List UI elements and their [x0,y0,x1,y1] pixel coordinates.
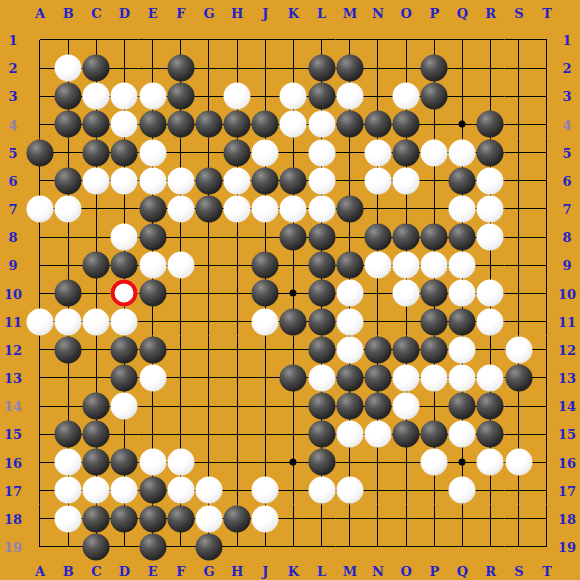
intersection-M6[interactable] [336,167,364,195]
intersection-L14[interactable] [307,392,335,420]
intersection-R19[interactable] [476,533,504,561]
intersection-K10[interactable] [279,279,307,307]
intersection-G15[interactable] [195,420,223,448]
intersection-G3[interactable] [195,82,223,110]
intersection-E16[interactable] [139,448,167,476]
intersection-S5[interactable] [505,139,533,167]
intersection-C8[interactable] [82,223,110,251]
intersection-F10[interactable] [167,279,195,307]
intersection-H13[interactable] [223,364,251,392]
intersection-T10[interactable] [533,279,561,307]
intersection-K8[interactable] [279,223,307,251]
intersection-T15[interactable] [533,420,561,448]
intersection-F1[interactable] [167,26,195,54]
intersection-S7[interactable] [505,195,533,223]
intersection-B5[interactable] [54,139,82,167]
intersection-L3[interactable] [307,82,335,110]
intersection-D18[interactable] [110,505,138,533]
intersection-D14[interactable] [110,392,138,420]
intersection-Q11[interactable] [448,307,476,335]
intersection-D11[interactable] [110,307,138,335]
intersection-O1[interactable] [392,26,420,54]
intersection-T17[interactable] [533,476,561,504]
intersection-G7[interactable] [195,195,223,223]
intersection-A6[interactable] [26,167,54,195]
intersection-E18[interactable] [139,505,167,533]
intersection-R1[interactable] [476,26,504,54]
intersection-N8[interactable] [364,223,392,251]
intersection-Q1[interactable] [448,26,476,54]
intersection-G9[interactable] [195,251,223,279]
intersection-J16[interactable] [251,448,279,476]
intersection-H4[interactable] [223,110,251,138]
intersection-J6[interactable] [251,167,279,195]
intersection-M15[interactable] [336,420,364,448]
intersection-E4[interactable] [139,110,167,138]
intersection-Q15[interactable] [448,420,476,448]
intersection-A2[interactable] [26,54,54,82]
intersection-O4[interactable] [392,110,420,138]
intersection-P11[interactable] [420,307,448,335]
intersection-L9[interactable] [307,251,335,279]
intersection-E1[interactable] [139,26,167,54]
intersection-D6[interactable] [110,167,138,195]
intersection-B16[interactable] [54,448,82,476]
intersection-B10[interactable] [54,279,82,307]
intersection-D2[interactable] [110,54,138,82]
intersection-N5[interactable] [364,139,392,167]
intersection-A19[interactable] [26,533,54,561]
intersection-N18[interactable] [364,505,392,533]
intersection-D5[interactable] [110,139,138,167]
intersection-C1[interactable] [82,26,110,54]
intersection-K12[interactable] [279,336,307,364]
intersection-R15[interactable] [476,420,504,448]
intersection-C9[interactable] [82,251,110,279]
intersection-L11[interactable] [307,307,335,335]
intersection-J9[interactable] [251,251,279,279]
intersection-E7[interactable] [139,195,167,223]
intersection-O6[interactable] [392,167,420,195]
intersection-F15[interactable] [167,420,195,448]
intersection-D17[interactable] [110,476,138,504]
intersection-L6[interactable] [307,167,335,195]
intersection-N1[interactable] [364,26,392,54]
intersection-J10[interactable] [251,279,279,307]
intersection-M10[interactable] [336,279,364,307]
intersection-Q19[interactable] [448,533,476,561]
intersection-B1[interactable] [54,26,82,54]
intersection-A10[interactable] [26,279,54,307]
intersection-O10[interactable] [392,279,420,307]
intersection-Q12[interactable] [448,336,476,364]
intersection-J18[interactable] [251,505,279,533]
intersection-B19[interactable] [54,533,82,561]
intersection-G4[interactable] [195,110,223,138]
intersection-N10[interactable] [364,279,392,307]
intersection-P3[interactable] [420,82,448,110]
intersection-Q3[interactable] [448,82,476,110]
intersection-S10[interactable] [505,279,533,307]
intersection-Q9[interactable] [448,251,476,279]
intersection-B8[interactable] [54,223,82,251]
intersection-A1[interactable] [26,26,54,54]
intersection-S2[interactable] [505,54,533,82]
intersection-B4[interactable] [54,110,82,138]
intersection-D7[interactable] [110,195,138,223]
intersection-R9[interactable] [476,251,504,279]
intersection-C13[interactable] [82,364,110,392]
intersection-A11[interactable] [26,307,54,335]
intersection-O19[interactable] [392,533,420,561]
intersection-J12[interactable] [251,336,279,364]
intersection-M18[interactable] [336,505,364,533]
intersection-F7[interactable] [167,195,195,223]
intersection-Q5[interactable] [448,139,476,167]
intersection-L10[interactable] [307,279,335,307]
intersection-S15[interactable] [505,420,533,448]
intersection-R5[interactable] [476,139,504,167]
intersection-R8[interactable] [476,223,504,251]
intersection-Q2[interactable] [448,54,476,82]
intersection-N6[interactable] [364,167,392,195]
intersection-N9[interactable] [364,251,392,279]
intersection-J3[interactable] [251,82,279,110]
intersection-B18[interactable] [54,505,82,533]
intersection-O17[interactable] [392,476,420,504]
intersection-G18[interactable] [195,505,223,533]
intersection-C6[interactable] [82,167,110,195]
intersection-J17[interactable] [251,476,279,504]
intersection-S9[interactable] [505,251,533,279]
intersection-E17[interactable] [139,476,167,504]
intersection-T3[interactable] [533,82,561,110]
intersection-C16[interactable] [82,448,110,476]
intersection-R3[interactable] [476,82,504,110]
intersection-O13[interactable] [392,364,420,392]
intersection-S11[interactable] [505,307,533,335]
intersection-P9[interactable] [420,251,448,279]
intersection-M14[interactable] [336,392,364,420]
intersection-M7[interactable] [336,195,364,223]
intersection-C2[interactable] [82,54,110,82]
intersection-K4[interactable] [279,110,307,138]
intersection-R18[interactable] [476,505,504,533]
intersection-E15[interactable] [139,420,167,448]
intersection-H2[interactable] [223,54,251,82]
intersection-G17[interactable] [195,476,223,504]
intersection-B7[interactable] [54,195,82,223]
intersection-E5[interactable] [139,139,167,167]
intersection-D3[interactable] [110,82,138,110]
intersection-D15[interactable] [110,420,138,448]
intersection-Q6[interactable] [448,167,476,195]
intersection-G13[interactable] [195,364,223,392]
intersection-T16[interactable] [533,448,561,476]
intersection-S1[interactable] [505,26,533,54]
intersection-F14[interactable] [167,392,195,420]
intersection-P14[interactable] [420,392,448,420]
intersection-P2[interactable] [420,54,448,82]
intersection-N7[interactable] [364,195,392,223]
intersection-H15[interactable] [223,420,251,448]
intersection-E10[interactable] [139,279,167,307]
intersection-E2[interactable] [139,54,167,82]
intersection-C18[interactable] [82,505,110,533]
intersection-H1[interactable] [223,26,251,54]
intersection-O18[interactable] [392,505,420,533]
intersection-A13[interactable] [26,364,54,392]
intersection-Q14[interactable] [448,392,476,420]
intersection-A17[interactable] [26,476,54,504]
intersection-B17[interactable] [54,476,82,504]
intersection-G10[interactable] [195,279,223,307]
intersection-O16[interactable] [392,448,420,476]
intersection-M9[interactable] [336,251,364,279]
intersection-D9[interactable] [110,251,138,279]
intersection-M19[interactable] [336,533,364,561]
intersection-B11[interactable] [54,307,82,335]
intersection-B9[interactable] [54,251,82,279]
intersection-O15[interactable] [392,420,420,448]
intersection-Q8[interactable] [448,223,476,251]
intersection-G11[interactable] [195,307,223,335]
intersection-K1[interactable] [279,26,307,54]
intersection-E9[interactable] [139,251,167,279]
intersection-A3[interactable] [26,82,54,110]
intersection-N4[interactable] [364,110,392,138]
intersection-E13[interactable] [139,364,167,392]
intersection-H5[interactable] [223,139,251,167]
intersection-S4[interactable] [505,110,533,138]
intersection-M11[interactable] [336,307,364,335]
intersection-N17[interactable] [364,476,392,504]
intersection-F5[interactable] [167,139,195,167]
intersection-S13[interactable] [505,364,533,392]
intersection-B14[interactable] [54,392,82,420]
intersection-A9[interactable] [26,251,54,279]
intersection-F9[interactable] [167,251,195,279]
intersection-H16[interactable] [223,448,251,476]
intersection-A15[interactable] [26,420,54,448]
intersection-P15[interactable] [420,420,448,448]
intersection-P10[interactable] [420,279,448,307]
intersection-Q18[interactable] [448,505,476,533]
intersection-A18[interactable] [26,505,54,533]
intersection-P5[interactable] [420,139,448,167]
intersection-O12[interactable] [392,336,420,364]
intersection-P7[interactable] [420,195,448,223]
intersection-B13[interactable] [54,364,82,392]
intersection-A7[interactable] [26,195,54,223]
intersection-B15[interactable] [54,420,82,448]
intersection-M5[interactable] [336,139,364,167]
intersection-T4[interactable] [533,110,561,138]
goban-grid[interactable] [26,26,561,561]
intersection-L15[interactable] [307,420,335,448]
intersection-J7[interactable] [251,195,279,223]
intersection-M1[interactable] [336,26,364,54]
intersection-T19[interactable] [533,533,561,561]
intersection-Q10[interactable] [448,279,476,307]
intersection-D4[interactable] [110,110,138,138]
intersection-C5[interactable] [82,139,110,167]
intersection-F12[interactable] [167,336,195,364]
intersection-J15[interactable] [251,420,279,448]
intersection-H11[interactable] [223,307,251,335]
intersection-Q4[interactable] [448,110,476,138]
intersection-G6[interactable] [195,167,223,195]
intersection-Q17[interactable] [448,476,476,504]
intersection-H12[interactable] [223,336,251,364]
intersection-F18[interactable] [167,505,195,533]
intersection-A8[interactable] [26,223,54,251]
intersection-K13[interactable] [279,364,307,392]
intersection-C3[interactable] [82,82,110,110]
intersection-S18[interactable] [505,505,533,533]
intersection-A16[interactable] [26,448,54,476]
intersection-R11[interactable] [476,307,504,335]
intersection-M4[interactable] [336,110,364,138]
intersection-H9[interactable] [223,251,251,279]
intersection-N3[interactable] [364,82,392,110]
intersection-L5[interactable] [307,139,335,167]
intersection-N13[interactable] [364,364,392,392]
intersection-R6[interactable] [476,167,504,195]
intersection-G5[interactable] [195,139,223,167]
intersection-B3[interactable] [54,82,82,110]
intersection-N11[interactable] [364,307,392,335]
intersection-P6[interactable] [420,167,448,195]
intersection-K3[interactable] [279,82,307,110]
intersection-D10[interactable] [110,279,138,307]
intersection-H10[interactable] [223,279,251,307]
intersection-S19[interactable] [505,533,533,561]
intersection-K9[interactable] [279,251,307,279]
intersection-T6[interactable] [533,167,561,195]
intersection-G19[interactable] [195,533,223,561]
intersection-K17[interactable] [279,476,307,504]
intersection-M2[interactable] [336,54,364,82]
intersection-J5[interactable] [251,139,279,167]
intersection-E14[interactable] [139,392,167,420]
intersection-D8[interactable] [110,223,138,251]
intersection-P4[interactable] [420,110,448,138]
intersection-C7[interactable] [82,195,110,223]
intersection-K18[interactable] [279,505,307,533]
intersection-M8[interactable] [336,223,364,251]
intersection-L1[interactable] [307,26,335,54]
intersection-T1[interactable] [533,26,561,54]
intersection-L13[interactable] [307,364,335,392]
intersection-R12[interactable] [476,336,504,364]
intersection-F3[interactable] [167,82,195,110]
intersection-J13[interactable] [251,364,279,392]
intersection-P13[interactable] [420,364,448,392]
intersection-T7[interactable] [533,195,561,223]
intersection-C15[interactable] [82,420,110,448]
intersection-G8[interactable] [195,223,223,251]
intersection-O8[interactable] [392,223,420,251]
intersection-F19[interactable] [167,533,195,561]
intersection-L16[interactable] [307,448,335,476]
intersection-G2[interactable] [195,54,223,82]
intersection-R16[interactable] [476,448,504,476]
intersection-O11[interactable] [392,307,420,335]
intersection-O5[interactable] [392,139,420,167]
intersection-F17[interactable] [167,476,195,504]
intersection-P8[interactable] [420,223,448,251]
intersection-N19[interactable] [364,533,392,561]
intersection-N12[interactable] [364,336,392,364]
intersection-N16[interactable] [364,448,392,476]
intersection-G12[interactable] [195,336,223,364]
intersection-T2[interactable] [533,54,561,82]
intersection-C12[interactable] [82,336,110,364]
intersection-T18[interactable] [533,505,561,533]
intersection-G1[interactable] [195,26,223,54]
intersection-L2[interactable] [307,54,335,82]
intersection-H3[interactable] [223,82,251,110]
intersection-T9[interactable] [533,251,561,279]
intersection-K16[interactable] [279,448,307,476]
intersection-O7[interactable] [392,195,420,223]
intersection-M3[interactable] [336,82,364,110]
intersection-P1[interactable] [420,26,448,54]
intersection-Q16[interactable] [448,448,476,476]
intersection-J14[interactable] [251,392,279,420]
intersection-E11[interactable] [139,307,167,335]
intersection-A5[interactable] [26,139,54,167]
intersection-B12[interactable] [54,336,82,364]
intersection-K6[interactable] [279,167,307,195]
intersection-F8[interactable] [167,223,195,251]
intersection-R14[interactable] [476,392,504,420]
intersection-A4[interactable] [26,110,54,138]
intersection-R17[interactable] [476,476,504,504]
intersection-T12[interactable] [533,336,561,364]
intersection-Q7[interactable] [448,195,476,223]
intersection-J8[interactable] [251,223,279,251]
intersection-T13[interactable] [533,364,561,392]
intersection-S12[interactable] [505,336,533,364]
intersection-R13[interactable] [476,364,504,392]
intersection-H6[interactable] [223,167,251,195]
intersection-B2[interactable] [54,54,82,82]
intersection-D12[interactable] [110,336,138,364]
intersection-R2[interactable] [476,54,504,82]
intersection-H8[interactable] [223,223,251,251]
intersection-N2[interactable] [364,54,392,82]
intersection-T14[interactable] [533,392,561,420]
intersection-C4[interactable] [82,110,110,138]
intersection-R10[interactable] [476,279,504,307]
intersection-F16[interactable] [167,448,195,476]
intersection-J2[interactable] [251,54,279,82]
intersection-N14[interactable] [364,392,392,420]
intersection-L12[interactable] [307,336,335,364]
intersection-L19[interactable] [307,533,335,561]
intersection-P16[interactable] [420,448,448,476]
intersection-C17[interactable] [82,476,110,504]
intersection-H7[interactable] [223,195,251,223]
intersection-O9[interactable] [392,251,420,279]
intersection-T8[interactable] [533,223,561,251]
intersection-O2[interactable] [392,54,420,82]
intersection-F2[interactable] [167,54,195,82]
intersection-H19[interactable] [223,533,251,561]
intersection-L17[interactable] [307,476,335,504]
